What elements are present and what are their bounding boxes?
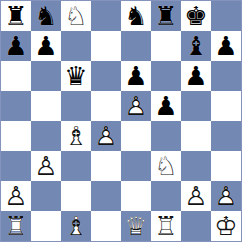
white-rook: ♜♖	[151, 211, 181, 241]
square-a4[interactable]	[1, 121, 31, 151]
white-pawn: ♟♙	[121, 91, 151, 121]
square-d8[interactable]	[91, 1, 121, 31]
white-rook: ♜♖	[1, 211, 31, 241]
white-pawn: ♟♙	[1, 181, 31, 211]
square-f8[interactable]: ♜	[151, 1, 181, 31]
square-e4[interactable]	[121, 121, 151, 151]
square-e5[interactable]: ♟♙	[121, 91, 151, 121]
square-g4[interactable]	[181, 121, 211, 151]
square-d1[interactable]	[91, 211, 121, 241]
square-f4[interactable]	[151, 121, 181, 151]
square-g5[interactable]	[181, 91, 211, 121]
square-c5[interactable]	[61, 91, 91, 121]
square-h6[interactable]	[211, 61, 241, 91]
square-b2[interactable]	[31, 181, 61, 211]
square-d2[interactable]	[91, 181, 121, 211]
square-a8[interactable]: ♜	[1, 1, 31, 31]
white-queen: ♛♕	[121, 211, 151, 241]
square-e2[interactable]	[121, 181, 151, 211]
square-b8[interactable]: ♞	[31, 1, 61, 31]
square-b3[interactable]: ♟♙	[31, 151, 61, 181]
black-pawn: ♟	[1, 31, 31, 61]
white-pawn: ♟♙	[91, 121, 121, 151]
white-king: ♚♔	[211, 211, 241, 241]
white-knight: ♞♘	[61, 1, 91, 31]
square-g1[interactable]	[181, 211, 211, 241]
black-king: ♚	[181, 1, 211, 31]
square-h7[interactable]: ♟	[211, 31, 241, 61]
square-h4[interactable]	[211, 121, 241, 151]
black-pawn: ♟	[151, 91, 181, 121]
black-knight: ♞	[31, 1, 61, 31]
square-g3[interactable]	[181, 151, 211, 181]
square-f5[interactable]: ♟	[151, 91, 181, 121]
square-c4[interactable]: ♝♗	[61, 121, 91, 151]
square-c1[interactable]: ♝♗	[61, 211, 91, 241]
black-pawn: ♟	[181, 61, 211, 91]
square-f2[interactable]	[151, 181, 181, 211]
square-b4[interactable]	[31, 121, 61, 151]
black-rook: ♜	[1, 1, 31, 31]
square-e8[interactable]: ♞	[121, 1, 151, 31]
square-c8[interactable]: ♞♘	[61, 1, 91, 31]
square-b1[interactable]	[31, 211, 61, 241]
square-e3[interactable]	[121, 151, 151, 181]
square-g8[interactable]: ♚	[181, 1, 211, 31]
square-h8[interactable]	[211, 1, 241, 31]
square-a3[interactable]	[1, 151, 31, 181]
square-a1[interactable]: ♜♖	[1, 211, 31, 241]
square-e7[interactable]	[121, 31, 151, 61]
chess-board: ♜♞♞♘♞♜♚♟♟♝♟♛♟♟♟♙♟♝♗♟♙♟♙♞♘♟♙♟♙♟♙♜♖♝♗♛♕♜♖♚…	[0, 0, 242, 242]
square-f1[interactable]: ♜♖	[151, 211, 181, 241]
white-knight: ♞♘	[151, 151, 181, 181]
square-b5[interactable]	[31, 91, 61, 121]
white-bishop: ♝♗	[61, 211, 91, 241]
square-c2[interactable]	[61, 181, 91, 211]
square-g2[interactable]: ♟♙	[181, 181, 211, 211]
white-bishop: ♝♗	[61, 121, 91, 151]
black-pawn: ♟	[121, 61, 151, 91]
square-b6[interactable]	[31, 61, 61, 91]
square-b7[interactable]: ♟	[31, 31, 61, 61]
square-h1[interactable]: ♚♔	[211, 211, 241, 241]
square-c6[interactable]: ♛	[61, 61, 91, 91]
white-pawn: ♟♙	[181, 181, 211, 211]
square-e6[interactable]: ♟	[121, 61, 151, 91]
square-e1[interactable]: ♛♕	[121, 211, 151, 241]
square-d3[interactable]	[91, 151, 121, 181]
square-c7[interactable]	[61, 31, 91, 61]
square-f6[interactable]	[151, 61, 181, 91]
square-h3[interactable]	[211, 151, 241, 181]
white-pawn: ♟♙	[31, 151, 61, 181]
white-pawn: ♟♙	[211, 181, 241, 211]
black-knight: ♞	[121, 1, 151, 31]
black-bishop: ♝	[181, 31, 211, 61]
square-a5[interactable]	[1, 91, 31, 121]
square-c3[interactable]	[61, 151, 91, 181]
square-h5[interactable]	[211, 91, 241, 121]
square-f7[interactable]	[151, 31, 181, 61]
square-d4[interactable]: ♟♙	[91, 121, 121, 151]
square-a2[interactable]: ♟♙	[1, 181, 31, 211]
black-rook: ♜	[151, 1, 181, 31]
square-d6[interactable]	[91, 61, 121, 91]
square-g6[interactable]: ♟	[181, 61, 211, 91]
square-f3[interactable]: ♞♘	[151, 151, 181, 181]
black-pawn: ♟	[31, 31, 61, 61]
square-h2[interactable]: ♟♙	[211, 181, 241, 211]
square-d7[interactable]	[91, 31, 121, 61]
square-g7[interactable]: ♝	[181, 31, 211, 61]
square-a6[interactable]	[1, 61, 31, 91]
black-pawn: ♟	[211, 31, 241, 61]
square-d5[interactable]	[91, 91, 121, 121]
black-queen: ♛	[61, 61, 91, 91]
square-a7[interactable]: ♟	[1, 31, 31, 61]
